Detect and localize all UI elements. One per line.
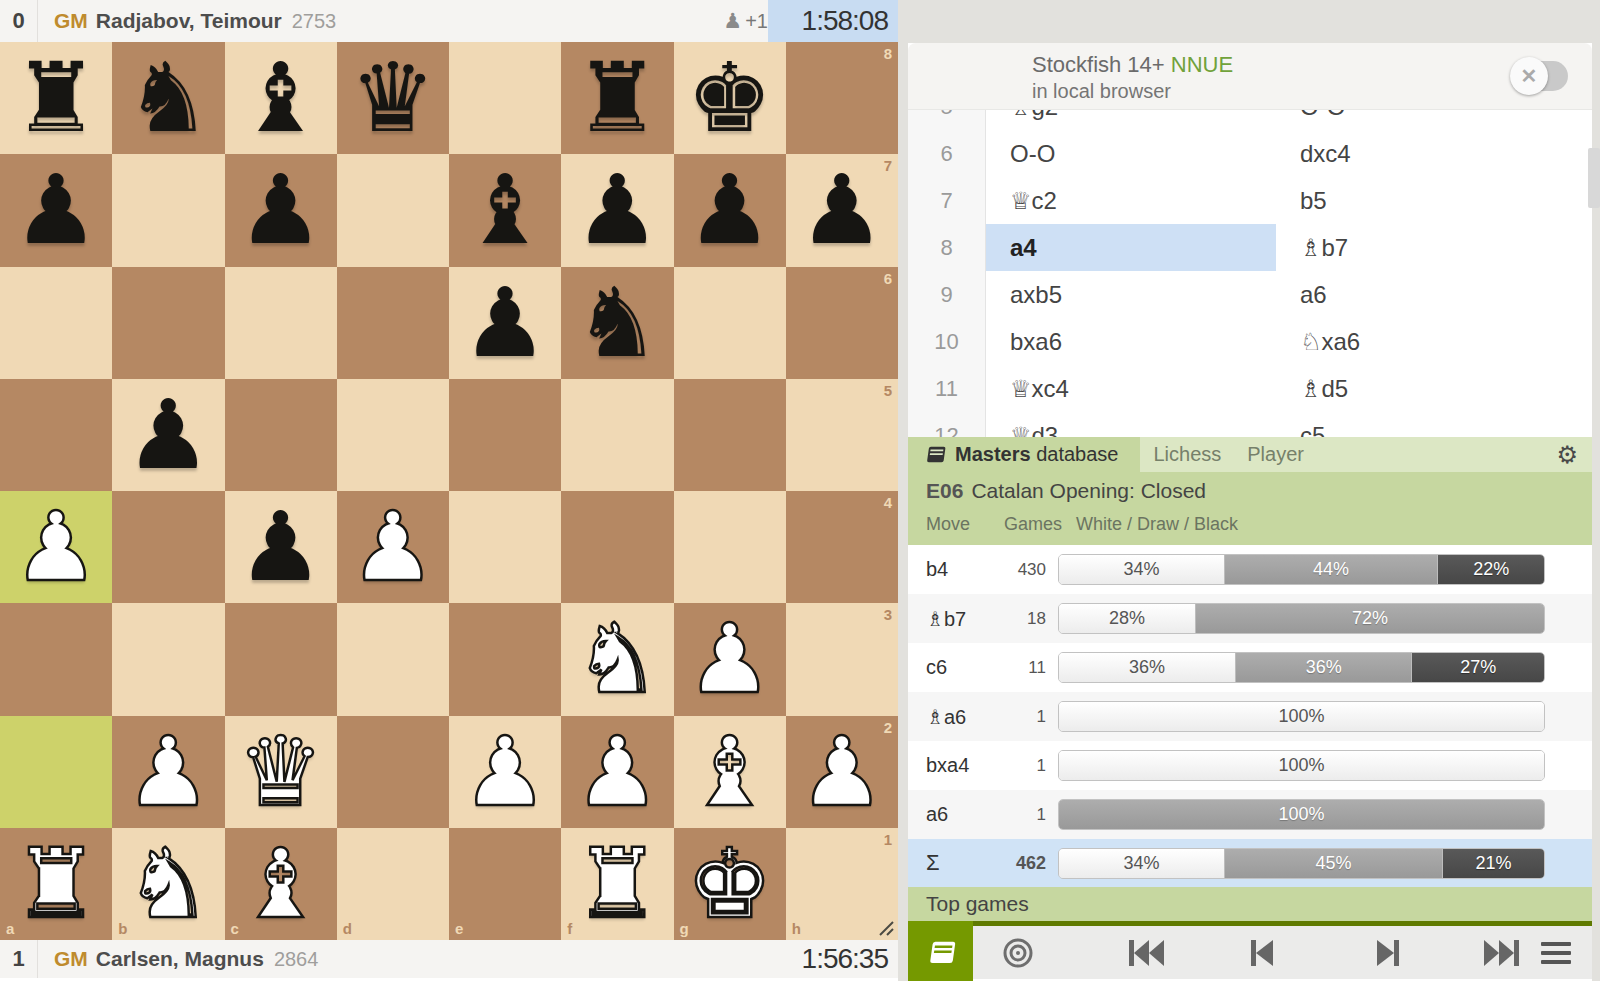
move-row-12: 12♕d3c5 [908,412,1592,437]
square-g5[interactable] [674,379,786,491]
square-g8[interactable]: ♚ [674,42,786,154]
move-number: 12 [908,412,986,437]
page-scrollbar-thumb[interactable] [1588,148,1600,208]
black-king[interactable]: ♚ [674,42,786,154]
explorer-row-c6[interactable]: c61136%36%27% [908,643,1592,692]
rank-label-5: 5 [884,382,892,399]
draw-percentage: 45% [1224,849,1442,878]
square-a5[interactable] [0,379,112,491]
rank-label-2: 2 [884,719,892,736]
file-label-d: d [343,920,352,937]
black-queen[interactable]: ♛ [337,42,449,154]
square-e8[interactable] [449,42,561,154]
square-h2[interactable]: ♟2 [786,716,898,828]
draw-percentage: 100% [1059,800,1544,829]
square-a7[interactable]: ♟ [0,154,112,266]
explorer-move: a6 [926,803,948,826]
square-b1[interactable]: ♞b [112,828,224,940]
move-10-black[interactable]: ♘xa6 [1276,318,1566,365]
square-b2[interactable]: ♟ [112,716,224,828]
white-pawn[interactable]: ♟ [561,716,673,828]
square-d4[interactable]: ♟ [337,491,449,603]
bottom-player-rating: 2864 [274,948,319,971]
results-bar: 34%44%22% [1058,554,1545,585]
skip-to-first-icon [1129,939,1165,967]
white-pawn[interactable]: ♟ [674,603,786,715]
black-pawn[interactable]: ♟ [112,379,224,491]
total-symbol: Σ [926,850,940,876]
move-row-10: 10bxa6♘xa6 [908,318,1592,365]
move-number: 10 [908,318,986,365]
opening-explorer: Masters database Lichess Player ⚙ E06 Ca… [908,437,1592,979]
white-percentage: 34% [1059,849,1224,878]
black-rook[interactable]: ♜ [561,42,673,154]
explorer-move: c6 [926,656,947,679]
white-knight[interactable]: ♞ [561,603,673,715]
move-row-11: 11♕xc4♗d5 [908,365,1592,412]
explorer-column-headers: Move Games White / Draw / Black [908,510,1592,545]
move-8-black[interactable]: ♗b7 [1276,224,1566,271]
explorer-games-count: 1 [968,756,1046,776]
square-a4[interactable]: ♟ [0,491,112,603]
square-c1[interactable]: ♝c [225,828,337,940]
move-10-white[interactable]: bxa6 [986,318,1276,365]
white-percentage: 36% [1059,653,1235,682]
square-g2[interactable]: ♝ [674,716,786,828]
black-pawn[interactable]: ♟ [674,154,786,266]
analysis-panel: Stockfish 14+ NNUE in local browser ✕ 5♗… [908,43,1592,981]
top-player-score: 0 [0,0,38,42]
menu-button[interactable] [1528,926,1584,979]
move-9-white[interactable]: axb5 [986,271,1276,318]
results-bar: 100% [1058,799,1545,830]
black-pawn[interactable]: ♟ [0,154,112,266]
move-number: 9 [908,271,986,318]
explorer-tabs: Masters database Lichess Player ⚙ [908,437,1592,472]
engine-location: in local browser [1032,80,1233,103]
file-label-f: f [567,920,572,937]
white-knight[interactable]: ♞ [112,828,224,940]
black-pawn[interactable]: ♟ [449,267,561,379]
white-pawn[interactable]: ♟ [449,716,561,828]
black-knight[interactable]: ♞ [112,42,224,154]
column-move: Move [926,514,970,535]
square-b5[interactable]: ♟ [112,379,224,491]
rank-label-1: 1 [884,831,892,848]
square-e4[interactable] [449,491,561,603]
move-row-7: 7♕c2b5 [908,177,1592,224]
square-e2[interactable]: ♟ [449,716,561,828]
file-label-h: h [792,920,801,937]
square-f7[interactable]: ♟ [561,154,673,266]
explorer-games-count: 18 [968,609,1046,629]
move-number: 7 [908,177,986,224]
close-icon: ✕ [1521,64,1538,88]
explorer-move: b4 [926,558,948,581]
square-b3[interactable] [112,603,224,715]
move-11-white[interactable]: ♕xc4 [986,365,1276,412]
move-12-black[interactable]: c5 [1276,412,1566,437]
file-label-c: c [231,920,239,937]
square-d7[interactable] [337,154,449,266]
top-games-header: Top games [908,887,1592,921]
engine-name-line: Stockfish 14+ NNUE [1032,52,1233,78]
square-c8[interactable]: ♝ [225,42,337,154]
move-12-white[interactable]: ♕d3 [986,412,1276,437]
white-rook[interactable]: ♜ [0,828,112,940]
square-f5[interactable] [561,379,673,491]
move-number: 6 [908,130,986,177]
square-b4[interactable] [112,491,224,603]
pawn-icon: ♟ [723,9,742,33]
square-b7[interactable] [112,154,224,266]
bottom-player-score: 1 [0,940,38,978]
opening-name-row: E06 Catalan Opening: Closed [908,472,1592,510]
explorer-toggle-button[interactable] [908,921,973,981]
white-percentage: 100% [1059,751,1544,780]
black-pawn[interactable]: ♟ [225,491,337,603]
top-player-name[interactable]: Radjabov, Teimour [96,9,282,33]
square-d8[interactable]: ♛ [337,42,449,154]
white-bishop[interactable]: ♝ [674,716,786,828]
black-pawn[interactable]: ♟ [786,154,898,266]
move-7-black[interactable]: b5 [1276,177,1566,224]
rank-label-6: 6 [884,270,892,287]
explorer-row-b4[interactable]: b443034%44%22% [908,545,1592,594]
square-d2[interactable] [337,716,449,828]
total-games: 462 [968,853,1046,874]
square-c5[interactable] [225,379,337,491]
move-11-black[interactable]: ♗d5 [1276,365,1566,412]
results-bar: 36%36%27% [1058,652,1545,683]
square-g4[interactable] [674,491,786,603]
black-pawn[interactable]: ♟ [561,154,673,266]
results-bar: 100% [1058,750,1545,781]
black-bishop[interactable]: ♝ [225,42,337,154]
square-g7[interactable]: ♟ [674,154,786,266]
bottom-player-title: GM [54,947,88,971]
book-icon [924,444,946,466]
tab-player[interactable]: Player [1234,437,1317,472]
square-f2[interactable]: ♟ [561,716,673,828]
move-list-scroll: 5♗g2O-O6O-Odxc47♕c2b58a4♗b79axb5a610bxa6… [908,110,1592,437]
square-h5[interactable]: 5 [786,379,898,491]
engine-name: Stockfish 14+ [1032,52,1165,77]
black-percentage: 22% [1437,555,1544,584]
move-row-6: 6O-Odxc4 [908,130,1592,177]
file-label-a: a [6,920,14,937]
chess-board[interactable]: ♜♞♝♛♜♚8♟♟♝♟♟♟7♟♞6♟5♟♟♟4♞♟3♟♛♟♟♝♟2♜a♞b♝cd… [0,42,898,940]
black-bishop[interactable]: ♝ [449,154,561,266]
results-bar: 28%72% [1058,603,1545,634]
black-percentage: 21% [1442,849,1544,878]
engine-nnue-badge: NNUE [1171,52,1233,77]
explorer-games-count: 1 [968,805,1046,825]
square-e6[interactable]: ♟ [449,267,561,379]
white-pawn[interactable]: ♟ [786,716,898,828]
last-move-button[interactable] [1466,926,1536,979]
move-5-white[interactable]: ♗g2 [986,110,1276,130]
square-a1[interactable]: ♜a [0,828,112,940]
engine-bar: Stockfish 14+ NNUE in local browser ✕ [908,43,1592,110]
white-bishop[interactable]: ♝ [225,828,337,940]
explorer-games-count: 11 [968,658,1046,678]
white-queen[interactable]: ♛ [225,716,337,828]
engine-info: Stockfish 14+ NNUE in local browser [1032,52,1233,103]
white-king[interactable]: ♚ [674,828,786,940]
engine-toggle-switch[interactable]: ✕ [1516,61,1568,91]
square-d3[interactable] [337,603,449,715]
white-percentage: 100% [1059,702,1544,731]
square-c2[interactable]: ♛ [225,716,337,828]
step-forward-icon [1375,939,1399,967]
black-pawn[interactable]: ♟ [225,154,337,266]
target-icon [1002,937,1034,969]
square-f8[interactable]: ♜ [561,42,673,154]
top-player-rating: 2753 [292,10,337,33]
rank-label-7: 7 [884,157,892,174]
explorer-games-count: 1 [968,707,1046,727]
lichess-analysis-page: 0 GM Radjabov, Teimour 2753 ♟ +1 1:58:08… [0,0,1600,981]
square-d5[interactable] [337,379,449,491]
move-number: 11 [908,365,986,412]
square-f4[interactable] [561,491,673,603]
rank-label-8: 8 [884,45,892,62]
results-bar: 100% [1058,701,1545,732]
white-percentage: 34% [1059,555,1224,584]
square-b8[interactable]: ♞ [112,42,224,154]
white-pawn[interactable]: ♟ [337,491,449,603]
practice-button[interactable] [988,926,1048,979]
step-back-icon [1251,939,1275,967]
square-h4[interactable]: 4 [786,491,898,603]
square-h3[interactable]: 3 [786,603,898,715]
total-results-bar: 34%45%21% [1058,848,1545,879]
square-a3[interactable] [0,603,112,715]
square-f6[interactable]: ♞ [561,267,673,379]
move-row-8: 8a4♗b7 [908,224,1592,271]
material-count: +1 [745,10,768,33]
square-f1[interactable]: ♜f [561,828,673,940]
explorer-move: bxa4 [926,754,969,777]
move-row-9: 9axb5a6 [908,271,1592,318]
hamburger-menu-icon [1541,941,1571,965]
square-h8[interactable]: 8 [786,42,898,154]
square-h6[interactable]: 6 [786,267,898,379]
move-number: 5 [908,110,986,130]
rank-label-4: 4 [884,494,892,511]
column-results: White / Draw / Black [1076,514,1238,535]
opening-name: Catalan Opening: Closed [971,479,1206,503]
gear-icon[interactable]: ⚙ [1556,437,1578,472]
bottom-player-clock: 1:56:35 [768,940,898,978]
explorer-total-row: Σ 462 34%45%21% [908,839,1592,887]
square-d6[interactable] [337,267,449,379]
book-icon [926,938,956,968]
square-e5[interactable] [449,379,561,491]
move-6-black[interactable]: dxc4 [1276,130,1566,177]
square-c3[interactable] [225,603,337,715]
square-e1[interactable]: e [449,828,561,940]
draw-percentage: 72% [1195,604,1544,633]
explorer-move: ♗a6 [926,705,966,729]
square-e3[interactable] [449,603,561,715]
column-games: Games [1004,514,1062,535]
move-7-white[interactable]: ♕c2 [986,177,1276,224]
board-resize-handle[interactable] [876,918,894,936]
top-player-bar: 0 GM Radjabov, Teimour 2753 ♟ +1 1:58:08 [0,0,898,42]
square-b6[interactable] [112,267,224,379]
square-g6[interactable] [674,267,786,379]
square-c4[interactable]: ♟ [225,491,337,603]
file-label-b: b [118,920,127,937]
bottom-player-bar: 1 GM Carlsen, Magnus 2864 1:56:35 [0,940,898,978]
explorer-row-♗a6[interactable]: ♗a61100% [908,692,1592,741]
opening-eco: E06 [926,479,963,503]
square-f3[interactable]: ♞ [561,603,673,715]
square-a2[interactable] [0,716,112,828]
draw-percentage: 36% [1235,653,1411,682]
explorer-games-count: 430 [968,560,1046,580]
explorer-move: ♗b7 [926,607,966,631]
explorer-row-a6[interactable]: a61100% [908,790,1592,839]
move-number: 8 [908,224,986,271]
draw-percentage: 44% [1224,555,1437,584]
move-row-5: 5♗g2O-O [908,110,1592,130]
square-g1[interactable]: ♚g [674,828,786,940]
square-d1[interactable]: d [337,828,449,940]
square-c7[interactable]: ♟ [225,154,337,266]
explorer-row-♗b7[interactable]: ♗b71828%72% [908,594,1592,643]
explorer-rows: b443034%44%22%♗b71828%72%c61136%36%27%♗a… [908,545,1592,839]
square-a8[interactable]: ♜ [0,42,112,154]
next-move-button[interactable] [1352,926,1422,979]
file-label-g: g [680,920,689,937]
square-c6[interactable] [225,267,337,379]
move-8-white[interactable]: a4 [986,224,1276,271]
explorer-row-bxa4[interactable]: bxa41100% [908,741,1592,790]
previous-move-button[interactable] [1228,926,1298,979]
tab-masters-label: Masters database [955,443,1118,466]
white-rook[interactable]: ♜ [561,828,673,940]
white-percentage: 28% [1059,604,1195,633]
white-pawn[interactable]: ♟ [0,491,112,603]
black-percentage: 27% [1411,653,1544,682]
square-a6[interactable] [0,267,112,379]
move-5-black[interactable]: O-O [1276,110,1566,130]
square-e7[interactable]: ♝ [449,154,561,266]
material-advantage: ♟ +1 [723,9,768,33]
skip-to-last-icon [1483,939,1519,967]
black-rook[interactable]: ♜ [0,42,112,154]
rank-label-3: 3 [884,606,892,623]
move-list[interactable]: 5♗g2O-O6O-Odxc47♕c2b58a4♗b79axb5a610bxa6… [908,110,1592,437]
square-h7[interactable]: ♟7 [786,154,898,266]
file-label-e: e [455,920,463,937]
top-player-title: GM [54,9,88,33]
move-9-black[interactable]: a6 [1276,271,1566,318]
white-pawn[interactable]: ♟ [112,716,224,828]
tab-masters-database[interactable]: Masters database [908,437,1140,472]
black-knight[interactable]: ♞ [561,267,673,379]
analysis-toolbar [908,921,1592,979]
engine-toggle-knob[interactable]: ✕ [1510,57,1548,95]
first-move-button[interactable] [1112,926,1182,979]
square-g3[interactable]: ♟ [674,603,786,715]
top-player-clock: 1:58:08 [768,0,898,42]
tab-lichess[interactable]: Lichess [1140,437,1234,472]
move-6-white[interactable]: O-O [986,130,1276,177]
bottom-player-name[interactable]: Carlsen, Magnus [96,947,264,971]
